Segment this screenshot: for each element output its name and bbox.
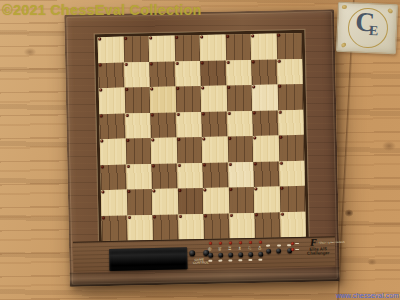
board-square[interactable] <box>151 138 177 164</box>
brand-micro-text: FIDELITY ELECTRONICS <box>318 241 321 243</box>
piece-symbol-king-icon: ♔ <box>208 247 212 252</box>
chess-computer-board: GAME CONTROL ♔♕♖♗♘♙ F FIDELITY ELECTRONI… <box>64 9 340 287</box>
board-square[interactable] <box>176 112 202 138</box>
board-square[interactable] <box>225 34 251 60</box>
board-square[interactable] <box>201 111 227 137</box>
tiny-label-mark <box>248 259 252 261</box>
piece-key-column-king: ♔ <box>206 242 214 262</box>
game-control-key-1[interactable] <box>189 250 195 256</box>
board-square[interactable] <box>126 189 152 215</box>
board-square[interactable] <box>127 215 153 241</box>
board-square[interactable] <box>203 213 229 239</box>
board-square[interactable] <box>251 33 277 59</box>
board-square[interactable] <box>229 212 255 238</box>
game-control-label: GAME CONTROL <box>193 258 206 264</box>
tiny-label-mark <box>295 243 299 245</box>
tiny-label-mark <box>295 249 299 251</box>
gold-ornament-icon <box>387 8 393 14</box>
board-square[interactable] <box>149 61 175 87</box>
piece-symbol-queen-icon: ♕ <box>218 246 222 251</box>
piece-key-led <box>218 242 221 245</box>
board-square[interactable] <box>175 86 201 112</box>
website-watermark: www.chesseval.com <box>336 292 399 299</box>
board-square[interactable] <box>227 136 253 162</box>
board-grid <box>98 33 306 241</box>
tiny-label-mark <box>218 260 222 262</box>
piece-key-pawn[interactable] <box>258 252 263 257</box>
gold-ornament-icon <box>342 5 347 9</box>
piece-key-bishop[interactable] <box>238 252 243 257</box>
board-square[interactable] <box>252 110 278 136</box>
board-square[interactable] <box>200 60 226 86</box>
board-square[interactable] <box>152 214 178 240</box>
function-keys <box>264 244 293 253</box>
board-square[interactable] <box>99 113 125 139</box>
board-square[interactable] <box>124 62 150 88</box>
board-square[interactable] <box>202 162 228 188</box>
board-square[interactable] <box>226 85 252 111</box>
function-key-2[interactable] <box>276 248 281 253</box>
board-square[interactable] <box>254 212 280 238</box>
board-square[interactable] <box>124 87 150 113</box>
playing-area <box>95 30 309 244</box>
control-panel: GAME CONTROL ♔♕♖♗♘♙ F FIDELITY ELECTRONI… <box>73 236 336 271</box>
piece-symbol-pawn-icon: ♙ <box>258 246 262 251</box>
gold-ornament-icon <box>341 42 347 48</box>
board-square[interactable] <box>175 61 201 87</box>
piece-symbol-knight-icon: ♘ <box>248 246 252 251</box>
piece-key-column-knight: ♘ <box>246 241 254 261</box>
tiny-label-mark <box>266 245 270 247</box>
board-square[interactable] <box>251 59 277 85</box>
board-square[interactable] <box>98 62 124 88</box>
piece-key-queen[interactable] <box>218 253 223 258</box>
board-square[interactable] <box>99 88 125 114</box>
board-square[interactable] <box>253 135 279 161</box>
piece-key-led <box>228 241 231 244</box>
tiny-label-mark <box>238 259 242 261</box>
board-square[interactable] <box>226 59 252 85</box>
tiny-label-mark <box>208 260 212 262</box>
board-square[interactable] <box>202 136 228 162</box>
board-square[interactable] <box>125 113 151 139</box>
piece-key-knight[interactable] <box>248 252 253 257</box>
board-square[interactable] <box>254 186 280 212</box>
board-square[interactable] <box>279 186 305 212</box>
board-square[interactable] <box>276 33 302 59</box>
piece-key-column-rook: ♖ <box>226 241 234 261</box>
board-square[interactable] <box>149 36 175 62</box>
piece-key-king[interactable] <box>208 253 213 258</box>
board-square[interactable] <box>252 84 278 110</box>
board-square[interactable] <box>150 87 176 113</box>
piece-symbol-rook-icon: ♖ <box>228 246 232 251</box>
board-square[interactable] <box>100 139 126 165</box>
board-square[interactable] <box>228 187 254 213</box>
piece-key-led <box>258 241 261 244</box>
board-square[interactable] <box>278 135 304 161</box>
tiny-label-mark <box>277 244 281 246</box>
board-square[interactable] <box>150 112 176 138</box>
board-square[interactable] <box>178 213 204 239</box>
status-led-1 <box>291 242 294 245</box>
board-square[interactable] <box>201 85 227 111</box>
board-square[interactable] <box>253 161 279 187</box>
piece-key-rook[interactable] <box>228 252 233 257</box>
tiny-label-mark <box>228 259 232 261</box>
board-square[interactable] <box>101 190 127 216</box>
board-square[interactable] <box>277 58 303 84</box>
board-square[interactable] <box>176 137 202 163</box>
model-name-line2: Challenger <box>307 251 330 255</box>
board-square[interactable] <box>98 37 124 63</box>
board-square[interactable] <box>101 215 127 241</box>
board-square[interactable] <box>123 36 149 62</box>
board-square[interactable] <box>151 163 177 189</box>
board-square[interactable] <box>126 164 152 190</box>
board-square[interactable] <box>177 162 203 188</box>
piece-key-column-pawn: ♙ <box>256 241 264 261</box>
piece-symbol-bishop-icon: ♗ <box>238 246 242 251</box>
brand-block: F FIDELITY ELECTRONICS Elite A/S Challen… <box>302 237 334 257</box>
board-square[interactable] <box>152 189 178 215</box>
board-square[interactable] <box>125 138 151 164</box>
board-square[interactable] <box>228 161 254 187</box>
piece-key-led <box>238 241 241 244</box>
board-square[interactable] <box>277 84 303 110</box>
board-square[interactable] <box>200 34 226 60</box>
board-square[interactable] <box>174 35 200 61</box>
piece-keys: ♔♕♖♗♘♙ <box>206 241 264 262</box>
board-square[interactable] <box>280 211 306 237</box>
board-square[interactable] <box>278 109 304 135</box>
board-square[interactable] <box>177 188 203 214</box>
board-square[interactable] <box>203 187 229 213</box>
board-square[interactable] <box>279 160 305 186</box>
board-square[interactable] <box>227 110 253 136</box>
copyright-watermark: ©2021 ChessEval Collection <box>2 2 202 18</box>
tiny-label-mark <box>258 259 262 261</box>
badge-monogram-e: E <box>369 24 379 38</box>
collection-logo-badge: C E <box>336 2 398 55</box>
piece-key-column-bishop: ♗ <box>236 241 244 261</box>
piece-key-led <box>208 242 211 245</box>
status-led-2 <box>291 248 294 251</box>
accessory-recess <box>109 247 187 271</box>
board-square[interactable] <box>100 164 126 190</box>
piece-key-led <box>248 241 251 244</box>
piece-key-column-queen: ♕ <box>216 242 224 262</box>
function-key-1[interactable] <box>266 248 271 253</box>
